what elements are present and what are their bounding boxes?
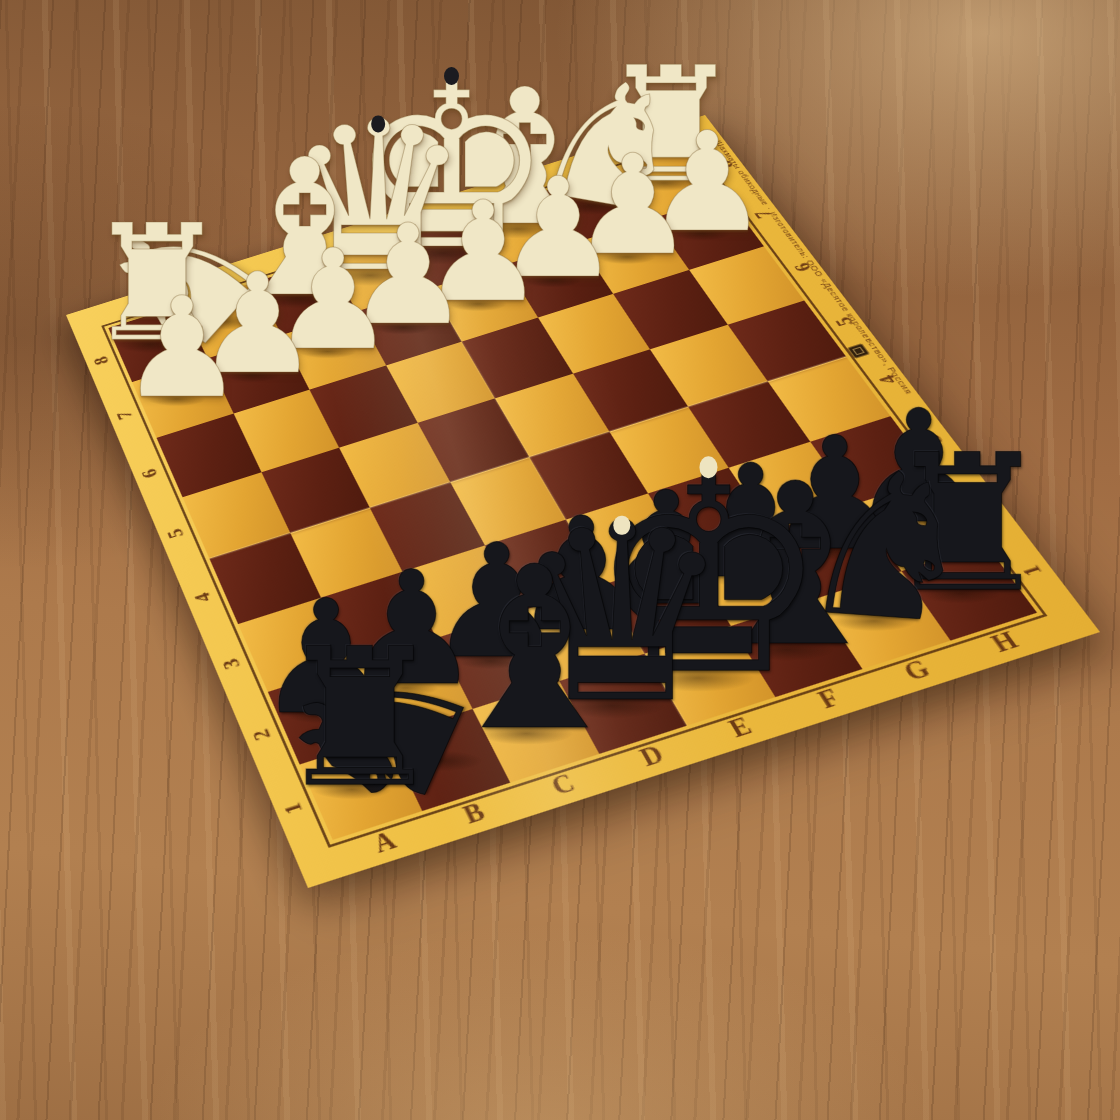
wood-table-scene: ABCDEFGH8877665544332211 Шахматы обиходн…: [0, 0, 1120, 1120]
piece-black-rook-a1[interactable]: ♜: [274, 624, 445, 814]
piece-white-pawn-a7[interactable]: ♟: [120, 278, 245, 417]
